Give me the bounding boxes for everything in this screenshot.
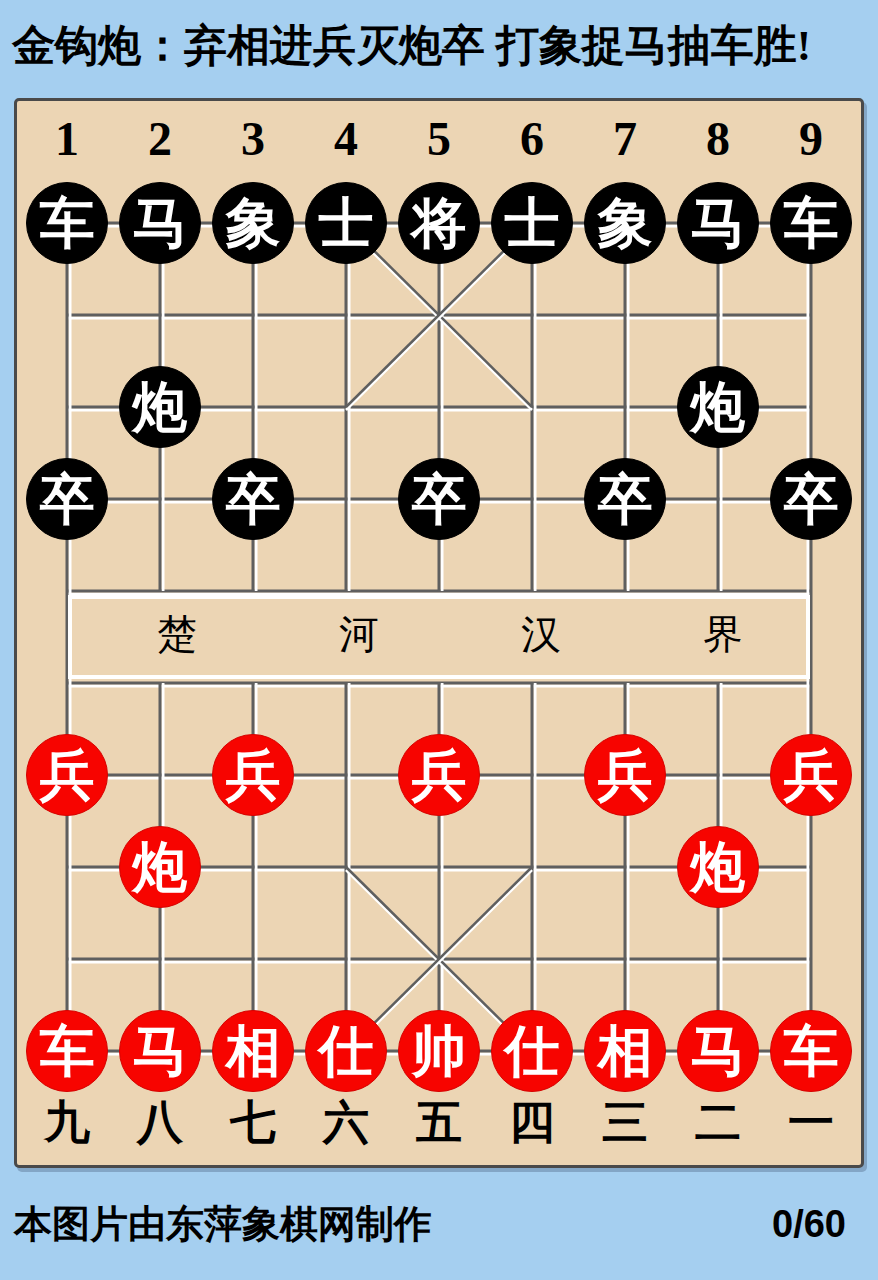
piece-red-soldier[interactable]: 兵 (26, 734, 108, 816)
river-char-2: 河 (329, 611, 389, 659)
page-title: 金钩炮：弃相进兵灭炮卒 打象捉马抽车胜! (12, 20, 866, 72)
piece-black-horse[interactable]: 马 (119, 182, 201, 264)
piece-black-elephant[interactable]: 象 (212, 182, 294, 264)
file-label-top-3: 3 (223, 111, 283, 167)
file-label-top-4: 4 (316, 111, 376, 167)
piece-black-soldier[interactable]: 卒 (26, 458, 108, 540)
piece-black-advisor[interactable]: 士 (491, 182, 573, 264)
file-label-bottom-2: 八 (130, 1095, 190, 1151)
xiangqi-board[interactable]: 123456789 楚河汉界 九八七六五四三二一 车马象士将士象马车炮炮卒卒卒卒… (14, 98, 864, 1168)
file-label-bottom-4: 六 (316, 1095, 376, 1151)
piece-red-elephant[interactable]: 相 (584, 1010, 666, 1092)
piece-black-soldier[interactable]: 卒 (398, 458, 480, 540)
piece-black-soldier[interactable]: 卒 (584, 458, 666, 540)
piece-black-soldier[interactable]: 卒 (212, 458, 294, 540)
piece-red-cannon[interactable]: 炮 (677, 826, 759, 908)
credit-text: 本图片由东萍象棋网制作 (14, 1200, 432, 1248)
file-label-top-2: 2 (130, 111, 190, 167)
piece-red-soldier[interactable]: 兵 (584, 734, 666, 816)
piece-red-advisor[interactable]: 仕 (491, 1010, 573, 1092)
file-label-bottom-6: 四 (502, 1095, 562, 1151)
file-label-bottom-5: 五 (409, 1095, 469, 1151)
river-char-4: 界 (693, 611, 753, 659)
piece-red-soldier[interactable]: 兵 (398, 734, 480, 816)
file-label-bottom-9: 一 (781, 1095, 841, 1151)
piece-black-soldier[interactable]: 卒 (770, 458, 852, 540)
file-label-bottom-8: 二 (688, 1095, 748, 1151)
piece-black-cannon[interactable]: 炮 (119, 366, 201, 448)
file-label-top-6: 6 (502, 111, 562, 167)
piece-black-rook[interactable]: 车 (26, 182, 108, 264)
piece-red-soldier[interactable]: 兵 (770, 734, 852, 816)
piece-red-cannon[interactable]: 炮 (119, 826, 201, 908)
river-char-3: 汉 (511, 611, 571, 659)
river-char-1: 楚 (147, 611, 207, 659)
file-label-top-8: 8 (688, 111, 748, 167)
piece-black-rook[interactable]: 车 (770, 182, 852, 264)
piece-black-cannon[interactable]: 炮 (677, 366, 759, 448)
file-label-top-7: 7 (595, 111, 655, 167)
piece-red-horse[interactable]: 马 (119, 1010, 201, 1092)
piece-black-general[interactable]: 将 (398, 182, 480, 264)
piece-red-rook[interactable]: 车 (770, 1010, 852, 1092)
piece-black-elephant[interactable]: 象 (584, 182, 666, 264)
file-label-top-5: 5 (409, 111, 469, 167)
piece-black-horse[interactable]: 马 (677, 182, 759, 264)
file-label-bottom-1: 九 (37, 1095, 97, 1151)
piece-red-advisor[interactable]: 仕 (305, 1010, 387, 1092)
piece-red-rook[interactable]: 车 (26, 1010, 108, 1092)
move-counter: 0/60 (772, 1200, 846, 1248)
file-label-top-9: 9 (781, 111, 841, 167)
file-label-bottom-3: 七 (223, 1095, 283, 1151)
piece-red-horse[interactable]: 马 (677, 1010, 759, 1092)
piece-red-elephant[interactable]: 相 (212, 1010, 294, 1092)
piece-black-advisor[interactable]: 士 (305, 182, 387, 264)
piece-red-soldier[interactable]: 兵 (212, 734, 294, 816)
file-label-top-1: 1 (37, 111, 97, 167)
piece-red-general[interactable]: 帅 (398, 1010, 480, 1092)
file-label-bottom-7: 三 (595, 1095, 655, 1151)
